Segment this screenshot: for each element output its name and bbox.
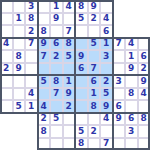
cell-r10c1 xyxy=(13,125,26,138)
cell-r8c1[interactable]: 5 xyxy=(13,100,26,113)
cell-r5c2[interactable] xyxy=(25,63,38,76)
cell-r8c10[interactable] xyxy=(125,100,138,113)
cell-r9c0 xyxy=(0,113,13,126)
cell-r10c0 xyxy=(0,125,13,138)
cell-r2c7[interactable] xyxy=(88,25,101,38)
cell-r6c7[interactable]: 6 xyxy=(88,75,101,88)
cell-r2c2[interactable]: 2 xyxy=(25,25,38,38)
cell-r2c3[interactable]: 8 xyxy=(38,25,51,38)
cell-r6c9[interactable]: 3 xyxy=(113,75,126,88)
cell-r4c0[interactable] xyxy=(0,50,13,63)
cell-r7c4[interactable]: 7 xyxy=(50,88,63,101)
cell-r7c1[interactable] xyxy=(13,88,26,101)
cell-r5c4[interactable] xyxy=(50,63,63,76)
cell-r1c4[interactable]: 9 xyxy=(50,13,63,26)
cell-r4c4[interactable]: 2 xyxy=(50,50,63,63)
cell-r6c3[interactable]: 5 xyxy=(38,75,51,88)
cell-r10c4[interactable] xyxy=(50,125,63,138)
cell-r7c8[interactable]: 5 xyxy=(100,88,113,101)
cell-r1c0[interactable] xyxy=(0,13,13,26)
cell-r3c0[interactable]: 4 xyxy=(0,38,13,51)
cell-r4c3[interactable]: 7 xyxy=(38,50,51,63)
cell-r7c6[interactable] xyxy=(75,88,88,101)
cell-r2c9 xyxy=(113,25,126,38)
cell-r11c8[interactable]: 7 xyxy=(100,138,113,151)
cell-r4c5[interactable]: 5 xyxy=(63,50,76,63)
cell-r8c11[interactable] xyxy=(138,100,151,113)
cell-r9c8[interactable]: 4 xyxy=(100,113,113,126)
cell-r0c2[interactable]: 3 xyxy=(25,0,38,13)
cell-r9c3[interactable]: 2 xyxy=(38,113,51,126)
cell-r8c3[interactable]: 4 xyxy=(38,100,51,113)
cell-r2c8[interactable]: 6 xyxy=(100,25,113,38)
cell-r8c5[interactable]: 2 xyxy=(63,100,76,113)
cell-r6c1[interactable] xyxy=(13,75,26,88)
cell-r4c9[interactable] xyxy=(113,50,126,63)
cell-r2c4[interactable] xyxy=(50,25,63,38)
cell-r9c9[interactable]: 9 xyxy=(113,113,126,126)
cell-r11c7[interactable] xyxy=(88,138,101,151)
cell-r7c2[interactable]: 4 xyxy=(25,88,38,101)
cell-r10c7[interactable]: 2 xyxy=(88,125,101,138)
cell-r0c11 xyxy=(138,0,151,13)
cell-r1c3[interactable] xyxy=(38,13,51,26)
cell-r2c0[interactable] xyxy=(0,25,13,38)
cell-r6c2[interactable] xyxy=(25,75,38,88)
cell-r7c0[interactable] xyxy=(0,88,13,101)
cell-r9c7[interactable] xyxy=(88,113,101,126)
cell-r11c4[interactable] xyxy=(50,138,63,151)
cell-r5c0[interactable]: 2 xyxy=(0,63,13,76)
cell-r6c10[interactable] xyxy=(125,75,138,88)
cell-r2c6[interactable] xyxy=(75,25,88,38)
cell-r3c8[interactable]: 1 xyxy=(100,38,113,51)
cell-r7c9[interactable] xyxy=(113,88,126,101)
cell-r0c3[interactable] xyxy=(38,0,51,13)
cell-r0c10 xyxy=(125,0,138,13)
cell-r5c10[interactable]: 9 xyxy=(125,63,138,76)
cell-r10c5[interactable] xyxy=(63,125,76,138)
cell-r3c6[interactable] xyxy=(75,38,88,51)
cell-r8c7[interactable]: 8 xyxy=(88,100,101,113)
cell-r6c11[interactable]: 9 xyxy=(138,75,151,88)
cell-r5c8[interactable] xyxy=(100,63,113,76)
cell-r11c11[interactable] xyxy=(138,138,151,151)
cell-r4c11[interactable]: 6 xyxy=(138,50,151,63)
cell-r6c4[interactable]: 8 xyxy=(50,75,63,88)
cell-r0c7[interactable]: 9 xyxy=(88,0,101,13)
cell-r11c2 xyxy=(25,138,38,151)
cell-r10c8[interactable] xyxy=(100,125,113,138)
cell-r5c5[interactable] xyxy=(63,63,76,76)
cell-r11c0 xyxy=(0,138,13,151)
cell-r10c10[interactable]: 3 xyxy=(125,125,138,138)
cell-r11c1 xyxy=(13,138,26,151)
cell-r11c3[interactable] xyxy=(38,138,51,151)
cell-r11c5[interactable] xyxy=(63,138,76,151)
cell-r9c10[interactable]: 6 xyxy=(125,113,138,126)
cell-r9c11[interactable]: 8 xyxy=(138,113,151,126)
cell-r5c1[interactable]: 9 xyxy=(13,63,26,76)
cell-r3c7[interactable]: 5 xyxy=(88,38,101,51)
cell-r1c5[interactable] xyxy=(63,13,76,26)
sudoku-board: 3148918952428764796851748725931629679258… xyxy=(0,0,150,150)
cell-r4c1[interactable]: 8 xyxy=(13,50,26,63)
cell-r9c5[interactable] xyxy=(63,113,76,126)
cell-r0c0[interactable] xyxy=(0,0,13,13)
cell-r9c6[interactable] xyxy=(75,113,88,126)
cell-r3c3[interactable]: 9 xyxy=(38,38,51,51)
cell-r1c2[interactable]: 8 xyxy=(25,13,38,26)
cell-r2c1[interactable] xyxy=(13,25,26,38)
cell-r7c5[interactable]: 9 xyxy=(63,88,76,101)
cell-r1c8[interactable]: 4 xyxy=(100,13,113,26)
cell-r4c2[interactable] xyxy=(25,50,38,63)
cell-r5c6[interactable]: 6 xyxy=(75,63,88,76)
cell-r1c6[interactable]: 5 xyxy=(75,13,88,26)
cell-r2c5[interactable]: 7 xyxy=(63,25,76,38)
cell-r0c9 xyxy=(113,0,126,13)
cell-r6c0[interactable] xyxy=(0,75,13,88)
cell-r0c1[interactable] xyxy=(13,0,26,13)
cell-r10c2 xyxy=(25,125,38,138)
cell-r1c7[interactable]: 2 xyxy=(88,13,101,26)
cell-r1c9 xyxy=(113,13,126,26)
cell-r2c11 xyxy=(138,25,151,38)
cell-r4c10[interactable]: 1 xyxy=(125,50,138,63)
cell-r10c3[interactable]: 8 xyxy=(38,125,51,138)
cell-r5c9[interactable] xyxy=(113,63,126,76)
cell-r3c4[interactable]: 6 xyxy=(50,38,63,51)
cell-r10c6[interactable]: 5 xyxy=(75,125,88,138)
cell-r7c11[interactable]: 4 xyxy=(138,88,151,101)
cell-r3c9[interactable]: 7 xyxy=(113,38,126,51)
cell-r8c9[interactable]: 6 xyxy=(113,100,126,113)
cell-r8c8[interactable]: 9 xyxy=(100,100,113,113)
cell-r9c2 xyxy=(25,113,38,126)
cell-r11c10[interactable] xyxy=(125,138,138,151)
cell-r5c3[interactable] xyxy=(38,63,51,76)
cell-r4c7[interactable] xyxy=(88,50,101,63)
cell-r6c8[interactable]: 2 xyxy=(100,75,113,88)
cell-r9c1 xyxy=(13,113,26,126)
cell-r3c11[interactable] xyxy=(138,38,151,51)
cell-r3c2[interactable]: 7 xyxy=(25,38,38,51)
cell-r10c9[interactable] xyxy=(113,125,126,138)
cell-r0c6[interactable]: 8 xyxy=(75,0,88,13)
cell-r3c10[interactable]: 4 xyxy=(125,38,138,51)
cell-r3c5[interactable]: 8 xyxy=(63,38,76,51)
cell-r7c10[interactable]: 8 xyxy=(125,88,138,101)
cell-r6c6[interactable] xyxy=(75,75,88,88)
cell-r8c0[interactable] xyxy=(0,100,13,113)
cell-r5c11[interactable]: 2 xyxy=(138,63,151,76)
cell-r1c11 xyxy=(138,13,151,26)
cell-r4c8[interactable]: 3 xyxy=(100,50,113,63)
cell-r8c6[interactable] xyxy=(75,100,88,113)
cell-r9c4[interactable]: 5 xyxy=(50,113,63,126)
cell-r1c1[interactable]: 1 xyxy=(13,13,26,26)
cell-r7c7[interactable]: 1 xyxy=(88,88,101,101)
cell-r10c11[interactable] xyxy=(138,125,151,138)
cell-r0c8[interactable] xyxy=(100,0,113,13)
cell-r2c10 xyxy=(125,25,138,38)
cell-r1c10 xyxy=(125,13,138,26)
cell-r11c6[interactable]: 8 xyxy=(75,138,88,151)
cell-r5c7[interactable]: 7 xyxy=(88,63,101,76)
cell-r4c6[interactable]: 9 xyxy=(75,50,88,63)
cell-r8c4[interactable] xyxy=(50,100,63,113)
cell-r6c5[interactable]: 1 xyxy=(63,75,76,88)
cell-r3c1[interactable] xyxy=(13,38,26,51)
cell-r11c9[interactable] xyxy=(113,138,126,151)
cell-r8c2[interactable]: 1 xyxy=(25,100,38,113)
cell-r0c5[interactable]: 4 xyxy=(63,0,76,13)
cell-r7c3[interactable] xyxy=(38,88,51,101)
cell-r0c4[interactable]: 1 xyxy=(50,0,63,13)
